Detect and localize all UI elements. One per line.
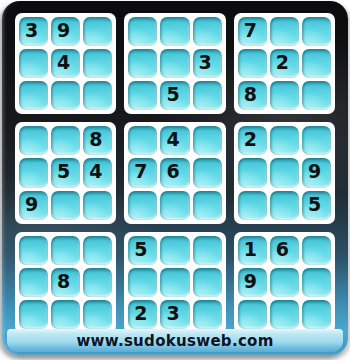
site-url-link[interactable]: www.sudokusweb.com bbox=[76, 332, 273, 350]
box-2: 35 bbox=[124, 13, 225, 114]
cell-r7c1[interactable] bbox=[19, 236, 48, 265]
cell-r5c4[interactable]: 7 bbox=[128, 158, 157, 187]
cell-r2c5[interactable] bbox=[160, 49, 189, 78]
cell-r1c4[interactable] bbox=[128, 17, 157, 46]
cell-r3c4[interactable] bbox=[128, 81, 157, 110]
cell-r1c3[interactable] bbox=[83, 17, 112, 46]
cell-r3c5[interactable]: 5 bbox=[160, 81, 189, 110]
cell-r9c5[interactable]: 3 bbox=[160, 300, 189, 329]
cell-r8c6[interactable] bbox=[193, 268, 222, 297]
given-digit: 5 bbox=[57, 162, 70, 181]
cell-r4c1[interactable] bbox=[19, 126, 48, 155]
given-digit: 4 bbox=[89, 162, 102, 181]
cell-r5c5[interactable]: 6 bbox=[160, 158, 189, 187]
cell-r7c3[interactable] bbox=[83, 236, 112, 265]
cell-r6c7[interactable] bbox=[238, 191, 267, 220]
cell-r5c1[interactable] bbox=[19, 158, 48, 187]
cell-r9c9[interactable] bbox=[302, 300, 331, 329]
cell-r4c4[interactable] bbox=[128, 126, 157, 155]
cell-r8c8[interactable] bbox=[270, 268, 299, 297]
given-digit: 2 bbox=[276, 53, 289, 72]
cell-r3c1[interactable] bbox=[19, 81, 48, 110]
cell-r5c3[interactable]: 4 bbox=[83, 158, 112, 187]
cell-r9c6[interactable] bbox=[193, 300, 222, 329]
cell-r3c2[interactable] bbox=[51, 81, 80, 110]
cell-r7c9[interactable] bbox=[302, 236, 331, 265]
cell-r4c2[interactable] bbox=[51, 126, 80, 155]
cell-r2c9[interactable] bbox=[302, 49, 331, 78]
cell-r4c5[interactable]: 4 bbox=[160, 126, 189, 155]
box-7: 8 bbox=[15, 232, 116, 333]
cell-r1c8[interactable] bbox=[270, 17, 299, 46]
cell-r8c2[interactable]: 8 bbox=[51, 268, 80, 297]
box-3: 728 bbox=[234, 13, 335, 114]
given-digit: 2 bbox=[244, 130, 257, 149]
cell-r5c2[interactable]: 5 bbox=[51, 158, 80, 187]
cell-r9c3[interactable] bbox=[83, 300, 112, 329]
cell-r4c6[interactable] bbox=[193, 126, 222, 155]
cell-r2c2[interactable]: 4 bbox=[51, 49, 80, 78]
cell-r6c8[interactable] bbox=[270, 191, 299, 220]
box-5: 476 bbox=[124, 122, 225, 223]
board-frame: 3943572885494762958523169 www.sudokusweb… bbox=[2, 1, 348, 356]
given-digit: 3 bbox=[166, 304, 179, 323]
given-digit: 8 bbox=[89, 130, 102, 149]
cell-r7c4[interactable]: 5 bbox=[128, 236, 157, 265]
cell-r6c5[interactable] bbox=[160, 191, 189, 220]
cell-r1c1[interactable]: 3 bbox=[19, 17, 48, 46]
given-digit: 8 bbox=[57, 272, 70, 291]
cell-r7c8[interactable]: 6 bbox=[270, 236, 299, 265]
footer-bar: www.sudokusweb.com bbox=[7, 329, 343, 352]
cell-r6c3[interactable] bbox=[83, 191, 112, 220]
cell-r3c7[interactable]: 8 bbox=[238, 81, 267, 110]
cell-r4c7[interactable]: 2 bbox=[238, 126, 267, 155]
given-digit: 8 bbox=[244, 85, 257, 104]
cell-r1c6[interactable] bbox=[193, 17, 222, 46]
cell-r5c9[interactable]: 9 bbox=[302, 158, 331, 187]
given-digit: 9 bbox=[308, 162, 321, 181]
given-digit: 7 bbox=[244, 21, 257, 40]
given-digit: 6 bbox=[166, 162, 179, 181]
cell-r2c8[interactable]: 2 bbox=[270, 49, 299, 78]
cell-r8c3[interactable] bbox=[83, 268, 112, 297]
given-digit: 5 bbox=[166, 85, 179, 104]
given-digit: 9 bbox=[25, 195, 38, 214]
box-9: 169 bbox=[234, 232, 335, 333]
cell-r2c7[interactable] bbox=[238, 49, 267, 78]
given-digit: 1 bbox=[244, 240, 257, 259]
cell-r7c2[interactable] bbox=[51, 236, 80, 265]
cell-r6c4[interactable] bbox=[128, 191, 157, 220]
cell-r7c5[interactable] bbox=[160, 236, 189, 265]
cell-r8c4[interactable] bbox=[128, 268, 157, 297]
cell-r6c2[interactable] bbox=[51, 191, 80, 220]
cell-r7c6[interactable] bbox=[193, 236, 222, 265]
cell-r2c6[interactable]: 3 bbox=[193, 49, 222, 78]
given-digit: 9 bbox=[244, 272, 257, 291]
cell-r1c5[interactable] bbox=[160, 17, 189, 46]
given-digit: 3 bbox=[199, 53, 212, 72]
cell-r6c1[interactable]: 9 bbox=[19, 191, 48, 220]
given-digit: 5 bbox=[308, 195, 321, 214]
cell-r3c6[interactable] bbox=[193, 81, 222, 110]
cell-r6c9[interactable]: 5 bbox=[302, 191, 331, 220]
cell-r1c2[interactable]: 9 bbox=[51, 17, 80, 46]
box-6: 295 bbox=[234, 122, 335, 223]
cell-r9c2[interactable] bbox=[51, 300, 80, 329]
cell-r4c9[interactable] bbox=[302, 126, 331, 155]
cell-r8c5[interactable] bbox=[160, 268, 189, 297]
box-8: 523 bbox=[124, 232, 225, 333]
cell-r8c7[interactable]: 9 bbox=[238, 268, 267, 297]
box-4: 8549 bbox=[15, 122, 116, 223]
sudoku-board: 3943572885494762958523169 bbox=[15, 13, 335, 333]
cell-r8c9[interactable] bbox=[302, 268, 331, 297]
cell-r9c7[interactable] bbox=[238, 300, 267, 329]
cell-r5c7[interactable] bbox=[238, 158, 267, 187]
cell-r5c6[interactable] bbox=[193, 158, 222, 187]
cell-r9c4[interactable]: 2 bbox=[128, 300, 157, 329]
cell-r2c1[interactable] bbox=[19, 49, 48, 78]
given-digit: 5 bbox=[134, 240, 147, 259]
given-digit: 2 bbox=[134, 304, 147, 323]
cell-r9c8[interactable] bbox=[270, 300, 299, 329]
cell-r4c8[interactable] bbox=[270, 126, 299, 155]
cell-r6c6[interactable] bbox=[193, 191, 222, 220]
cell-r8c1[interactable] bbox=[19, 268, 48, 297]
given-digit: 7 bbox=[134, 162, 147, 181]
given-digit: 4 bbox=[166, 130, 179, 149]
cell-r3c3[interactable] bbox=[83, 81, 112, 110]
cell-r5c8[interactable] bbox=[270, 158, 299, 187]
given-digit: 4 bbox=[57, 53, 70, 72]
given-digit: 3 bbox=[25, 21, 38, 40]
cell-r3c9[interactable] bbox=[302, 81, 331, 110]
given-digit: 6 bbox=[276, 240, 289, 259]
cell-r4c3[interactable]: 8 bbox=[83, 126, 112, 155]
cell-r3c8[interactable] bbox=[270, 81, 299, 110]
cell-r1c7[interactable]: 7 bbox=[238, 17, 267, 46]
cell-r7c7[interactable]: 1 bbox=[238, 236, 267, 265]
cell-r2c4[interactable] bbox=[128, 49, 157, 78]
cell-r1c9[interactable] bbox=[302, 17, 331, 46]
sudoku-app: 3943572885494762958523169 www.sudokusweb… bbox=[0, 0, 350, 360]
cell-r9c1[interactable] bbox=[19, 300, 48, 329]
cell-r2c3[interactable] bbox=[83, 49, 112, 78]
given-digit: 9 bbox=[57, 21, 70, 40]
box-1: 394 bbox=[15, 13, 116, 114]
